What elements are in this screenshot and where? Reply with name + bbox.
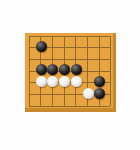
white-stone[interactable] [47, 76, 58, 87]
black-stone[interactable] [36, 64, 47, 75]
diagram-stage [0, 0, 140, 150]
black-stone[interactable] [36, 41, 47, 52]
white-stone[interactable] [83, 88, 94, 99]
black-stone[interactable] [94, 88, 105, 99]
grid-line-horizontal [29, 59, 111, 60]
white-stone[interactable] [36, 76, 47, 87]
black-stone[interactable] [59, 64, 70, 75]
white-stone[interactable] [71, 76, 82, 87]
grid-line-vertical [110, 36, 111, 106]
black-stone[interactable] [94, 76, 105, 87]
grid-line-horizontal [29, 106, 111, 107]
go-board[interactable] [25, 33, 116, 112]
grid-line-horizontal [29, 36, 111, 37]
white-stone[interactable] [59, 76, 70, 87]
black-stone[interactable] [71, 64, 82, 75]
black-stone[interactable] [47, 64, 58, 75]
